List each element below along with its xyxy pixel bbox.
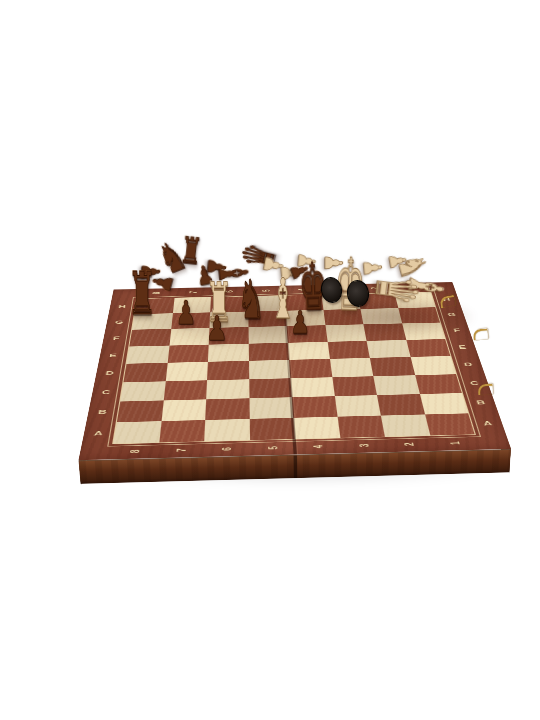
product-photo-stage: HHGGFFEEDDCCBBAA8877665544332211 ♟♞♜♟♟♟♝… xyxy=(0,0,540,720)
dark-pawn[interactable]: ♟ xyxy=(176,296,197,329)
dark-pawn[interactable]: ♟ xyxy=(206,311,228,345)
piece-pile: ♟♞♜♟♟♟♝♛♟♟♟♟♟♟♟♞♝♜♚♚♛♞♝♜♟♟♟ xyxy=(0,0,540,720)
light-queen[interactable]: ♛ xyxy=(366,272,426,307)
dark-rook[interactable]: ♜ xyxy=(128,265,157,324)
dark-knight[interactable]: ♞ xyxy=(237,273,265,327)
dark-pawn[interactable]: ♟ xyxy=(290,307,310,338)
